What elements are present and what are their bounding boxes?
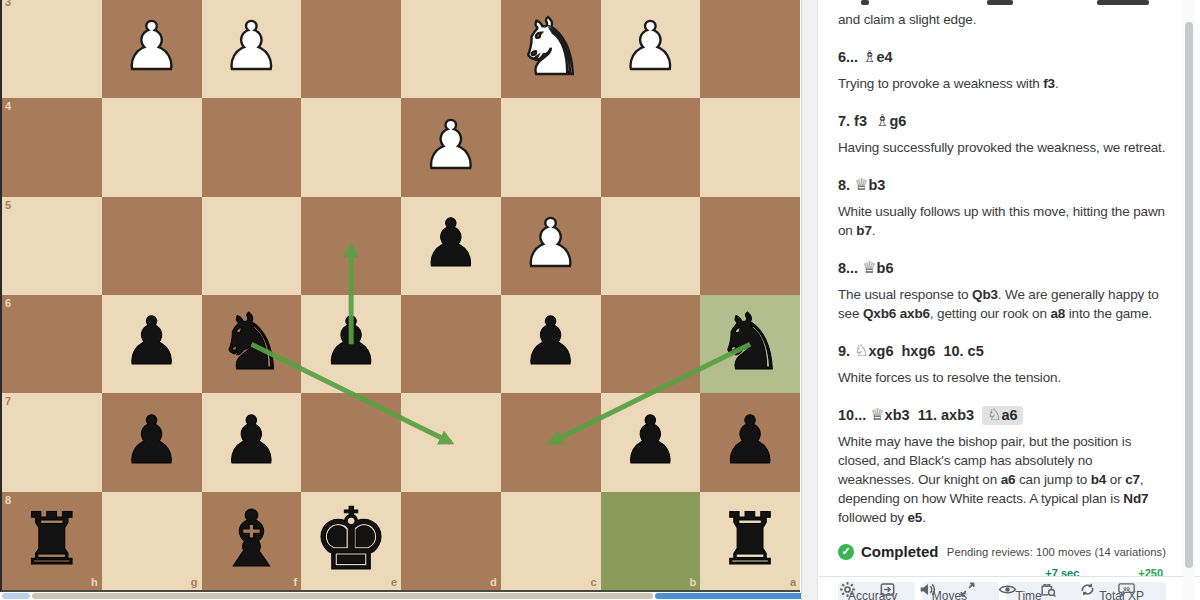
square-h6[interactable]: 6 bbox=[2, 295, 102, 393]
explorer-icon[interactable] bbox=[1038, 580, 1057, 599]
cycle-icon[interactable] bbox=[1078, 580, 1097, 599]
piece-black-n-a6[interactable]: ♞ bbox=[715, 303, 785, 381]
square-g4[interactable] bbox=[102, 98, 202, 196]
bishop-piece-icon: ♗ bbox=[862, 47, 876, 66]
move-line[interactable]: 8. ♕b3 bbox=[838, 174, 1166, 196]
knight-piece-icon: ♘ bbox=[987, 405, 1001, 424]
square-g6[interactable]: ♟ bbox=[102, 295, 202, 393]
clipped-text-fragment bbox=[861, 0, 869, 5]
progress-segment-1 bbox=[32, 593, 653, 599]
square-c4[interactable] bbox=[501, 98, 601, 196]
square-g5[interactable] bbox=[102, 197, 202, 295]
square-f6[interactable]: ♞ bbox=[202, 295, 302, 393]
file-label-e: e bbox=[391, 576, 397, 588]
square-c6[interactable]: ♟ bbox=[501, 295, 601, 393]
square-a4[interactable] bbox=[700, 98, 800, 196]
square-b6[interactable] bbox=[601, 295, 701, 393]
square-f5[interactable] bbox=[202, 197, 302, 295]
square-h7[interactable]: 7 bbox=[2, 393, 102, 491]
square-a8[interactable]: ♜a bbox=[700, 492, 800, 590]
square-d4[interactable]: ♟ bbox=[401, 98, 501, 196]
move-line[interactable]: 7. f3 ♗g6 bbox=[838, 110, 1166, 132]
lesson-progress-strip[interactable] bbox=[0, 592, 810, 600]
rank-label-7: 7 bbox=[5, 395, 11, 407]
panel-scrollbar-thumb[interactable] bbox=[1185, 22, 1193, 568]
rank-label-4: 4 bbox=[5, 100, 11, 112]
square-b5[interactable] bbox=[601, 197, 701, 295]
square-a5[interactable] bbox=[700, 197, 800, 295]
file-label-f: f bbox=[294, 576, 298, 588]
piece-black-p-a7[interactable]: ♟ bbox=[721, 408, 780, 474]
square-f4[interactable] bbox=[202, 98, 302, 196]
square-c8[interactable]: c bbox=[501, 492, 601, 590]
square-c7[interactable] bbox=[501, 393, 601, 491]
piece-black-b-f8[interactable]: ♝ bbox=[216, 500, 286, 578]
square-a6[interactable]: ♞ bbox=[700, 295, 800, 393]
square-g8[interactable]: g bbox=[102, 492, 202, 590]
progress-segment-2 bbox=[655, 593, 805, 599]
square-c3[interactable]: ♞ bbox=[501, 0, 601, 98]
piece-black-k-e8[interactable]: ♚ bbox=[313, 496, 390, 582]
square-g3[interactable]: ♟ bbox=[102, 0, 202, 98]
knight-piece-icon: ♘ bbox=[854, 341, 868, 360]
file-label-g: g bbox=[191, 576, 198, 588]
square-b4[interactable] bbox=[601, 98, 701, 196]
file-label-a: a bbox=[790, 576, 796, 588]
current-move-chip[interactable]: ♘a6 bbox=[982, 406, 1022, 425]
move-line[interactable]: 6... ♗e4 bbox=[838, 46, 1166, 68]
pending-reviews-text: Pending reviews: 100 moves (14 variation… bbox=[947, 546, 1166, 558]
square-a7[interactable]: ♟ bbox=[700, 393, 800, 491]
annotation-text: and claim a slight edge. bbox=[838, 10, 1166, 29]
completed-label: Completed bbox=[861, 543, 939, 560]
piece-white-p-c5[interactable]: ♟ bbox=[521, 211, 580, 277]
annotation-text: The usual response to Qb3. We are genera… bbox=[838, 285, 1166, 323]
check-icon: ✓ bbox=[838, 544, 854, 560]
square-e8[interactable]: ♚e bbox=[301, 492, 401, 590]
annotation-text: White forces us to resolve the tension. bbox=[838, 368, 1166, 387]
queen-piece-icon: ♕ bbox=[862, 258, 876, 277]
piece-white-p-b3[interactable]: ♟ bbox=[621, 14, 680, 80]
square-e3[interactable] bbox=[301, 0, 401, 98]
piece-white-p-d4[interactable]: ♟ bbox=[421, 113, 480, 179]
square-b7[interactable]: ♟ bbox=[601, 393, 701, 491]
comments-icon[interactable]: 99 bbox=[1118, 580, 1137, 599]
app-window: 3♟♟♞♟4♟5♟♟6♟♞♟♟♞7♟♟♟♟♜8hg♝f♚edcb♜a and c… bbox=[0, 0, 1200, 600]
piece-white-p-f3[interactable]: ♟ bbox=[222, 14, 281, 80]
square-e4[interactable] bbox=[301, 98, 401, 196]
square-f8[interactable]: ♝f bbox=[202, 492, 302, 590]
bishop-piece-icon: ♗ bbox=[875, 111, 889, 130]
square-h8[interactable]: ♜8h bbox=[2, 492, 102, 590]
rank-label-3: 3 bbox=[5, 0, 11, 8]
clipped-text-fragment bbox=[987, 0, 1013, 5]
queen-piece-icon: ♕ bbox=[854, 175, 868, 194]
rank-label-6: 6 bbox=[5, 297, 11, 309]
chess-board[interactable]: 3♟♟♞♟4♟5♟♟6♟♞♟♟♞7♟♟♟♟♜8hg♝f♚edcb♜a bbox=[0, 0, 800, 592]
move-line[interactable]: 9. ♘xg6 hxg6 10. c5 bbox=[838, 340, 1166, 362]
annotation-text: White usually follows up with this move,… bbox=[838, 202, 1166, 240]
square-d7[interactable] bbox=[401, 393, 501, 491]
piece-black-r-a8[interactable]: ♜ bbox=[718, 503, 783, 575]
square-d6[interactable] bbox=[401, 295, 501, 393]
square-b8[interactable]: b bbox=[601, 492, 701, 590]
sound-icon[interactable] bbox=[918, 580, 937, 599]
square-f7[interactable]: ♟ bbox=[202, 393, 302, 491]
settings-icon[interactable] bbox=[838, 580, 857, 599]
board-panel-scrollbar[interactable] bbox=[801, 0, 818, 600]
piece-black-p-f7[interactable]: ♟ bbox=[222, 408, 281, 474]
square-a3[interactable] bbox=[700, 0, 800, 98]
move-line[interactable]: 10... ♕xb3 11. axb3 ♘a6 bbox=[838, 404, 1166, 426]
completed-row: ✓ Completed Pending reviews: 100 moves (… bbox=[838, 543, 1166, 560]
divider bbox=[819, 576, 1200, 577]
piece-black-n-f6[interactable]: ♞ bbox=[216, 303, 286, 381]
piece-black-p-b7[interactable]: ♟ bbox=[621, 408, 680, 474]
square-h5[interactable]: 5 bbox=[2, 197, 102, 295]
piece-black-p-g6[interactable]: ♟ bbox=[122, 309, 181, 375]
svg-text:99: 99 bbox=[1123, 585, 1130, 591]
progress-segment-0 bbox=[2, 593, 30, 599]
queen-piece-icon: ♕ bbox=[870, 405, 884, 424]
square-h4[interactable]: 4 bbox=[2, 98, 102, 196]
clipped-text-fragment bbox=[1097, 0, 1149, 5]
square-e7[interactable] bbox=[301, 393, 401, 491]
annotation-text: Having successfully provoked the weaknes… bbox=[838, 138, 1166, 157]
square-d8[interactable]: d bbox=[401, 492, 501, 590]
rank-label-8: 8 bbox=[5, 494, 11, 506]
piece-black-p-e6[interactable]: ♟ bbox=[322, 309, 381, 375]
file-label-b: b bbox=[690, 576, 697, 588]
annotation-text: Trying to provoke a weakness with f3. bbox=[838, 74, 1166, 93]
square-d5[interactable]: ♟ bbox=[401, 197, 501, 295]
piece-black-p-c6[interactable]: ♟ bbox=[521, 309, 580, 375]
stat-badge: +7 sec bbox=[1045, 567, 1079, 579]
square-e5[interactable] bbox=[301, 197, 401, 295]
square-f3[interactable]: ♟ bbox=[202, 0, 302, 98]
move-line[interactable]: 8... ♕b6 bbox=[838, 257, 1166, 279]
file-label-h: h bbox=[91, 576, 98, 588]
square-b3[interactable]: ♟ bbox=[601, 0, 701, 98]
sidebar-toggle-icon[interactable] bbox=[878, 580, 897, 599]
square-g7[interactable]: ♟ bbox=[102, 393, 202, 491]
fullscreen-icon[interactable] bbox=[958, 580, 977, 599]
completed-status: ✓ Completed bbox=[838, 543, 939, 560]
annotation-text: White may have the bishop pair, but the … bbox=[838, 432, 1166, 527]
annotation-panel: and claim a slight edge.6... ♗e4Trying t… bbox=[819, 0, 1200, 600]
square-e6[interactable]: ♟ bbox=[301, 295, 401, 393]
square-c5[interactable]: ♟ bbox=[501, 197, 601, 295]
piece-black-p-d5[interactable]: ♟ bbox=[421, 211, 480, 277]
square-h3[interactable]: 3 bbox=[2, 0, 102, 98]
stat-badge: +250 bbox=[1138, 567, 1163, 579]
piece-white-p-g3[interactable]: ♟ bbox=[122, 14, 181, 80]
rank-label-5: 5 bbox=[5, 199, 11, 211]
piece-black-p-g7[interactable]: ♟ bbox=[122, 408, 181, 474]
file-label-d: d bbox=[490, 576, 497, 588]
piece-black-r-h8[interactable]: ♜ bbox=[20, 503, 85, 575]
piece-white-n-c3[interactable]: ♞ bbox=[516, 8, 586, 86]
eye-icon[interactable] bbox=[998, 580, 1017, 599]
file-label-c: c bbox=[590, 576, 596, 588]
square-d3[interactable] bbox=[401, 0, 501, 98]
